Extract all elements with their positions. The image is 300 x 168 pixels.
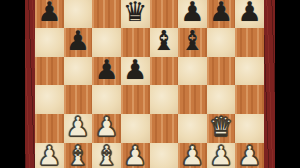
chess-board: ♟♛♟♟♟♟♝♝♟♟♟♟♛♟♝♝♟♟♟♟ xyxy=(35,0,264,168)
black-pawn[interactable]: ♟ xyxy=(66,27,90,56)
square-e3[interactable] xyxy=(150,114,179,143)
square-d5[interactable]: ♟ xyxy=(121,57,150,86)
white-pawn[interactable]: ♟ xyxy=(123,142,147,168)
square-b3[interactable]: ♟ xyxy=(64,114,93,143)
square-a7[interactable]: ♟ xyxy=(35,0,64,28)
square-g6[interactable] xyxy=(207,28,236,57)
square-h3[interactable] xyxy=(235,114,264,143)
square-f7[interactable]: ♟ xyxy=(178,0,207,28)
black-pawn[interactable]: ♟ xyxy=(238,0,262,27)
square-g7[interactable]: ♟ xyxy=(207,0,236,28)
square-h6[interactable] xyxy=(235,28,264,57)
white-pawn[interactable]: ♟ xyxy=(180,142,204,168)
square-b4[interactable] xyxy=(64,85,93,114)
square-f6[interactable]: ♝ xyxy=(178,28,207,57)
black-pawn[interactable]: ♟ xyxy=(209,0,233,27)
square-a4[interactable] xyxy=(35,85,64,114)
square-c2[interactable]: ♝ xyxy=(92,143,121,168)
square-b6[interactable]: ♟ xyxy=(64,28,93,57)
square-d6[interactable] xyxy=(121,28,150,57)
square-d7[interactable]: ♛ xyxy=(121,0,150,28)
square-g3[interactable]: ♛ xyxy=(207,114,236,143)
black-bishop[interactable]: ♝ xyxy=(180,27,204,56)
board-frame: ♟♛♟♟♟♟♝♝♟♟♟♟♛♟♝♝♟♟♟♟ xyxy=(25,0,275,168)
black-bishop[interactable]: ♝ xyxy=(152,27,176,56)
white-pawn[interactable]: ♟ xyxy=(66,113,90,142)
white-pawn[interactable]: ♟ xyxy=(37,142,61,168)
square-b5[interactable] xyxy=(64,57,93,86)
square-h4[interactable] xyxy=(235,85,264,114)
white-pawn[interactable]: ♟ xyxy=(94,113,118,142)
square-f3[interactable] xyxy=(178,114,207,143)
square-f2[interactable]: ♟ xyxy=(178,143,207,168)
black-pawn[interactable]: ♟ xyxy=(123,56,147,85)
square-b7[interactable] xyxy=(64,0,93,28)
square-d4[interactable] xyxy=(121,85,150,114)
white-bishop[interactable]: ♝ xyxy=(94,142,118,168)
square-c3[interactable]: ♟ xyxy=(92,114,121,143)
square-d3[interactable] xyxy=(121,114,150,143)
square-g5[interactable] xyxy=(207,57,236,86)
square-g2[interactable]: ♟ xyxy=(207,143,236,168)
square-c7[interactable] xyxy=(92,0,121,28)
square-a2[interactable]: ♟ xyxy=(35,143,64,168)
white-bishop[interactable]: ♝ xyxy=(66,142,90,168)
square-h7[interactable]: ♟ xyxy=(235,0,264,28)
square-b2[interactable]: ♝ xyxy=(64,143,93,168)
square-e7[interactable] xyxy=(150,0,179,28)
square-e2[interactable] xyxy=(150,143,179,168)
square-g4[interactable] xyxy=(207,85,236,114)
square-a3[interactable] xyxy=(35,114,64,143)
square-a5[interactable] xyxy=(35,57,64,86)
square-e5[interactable] xyxy=(150,57,179,86)
black-pawn[interactable]: ♟ xyxy=(37,0,61,27)
square-h2[interactable]: ♟ xyxy=(235,143,264,168)
square-e4[interactable] xyxy=(150,85,179,114)
square-h5[interactable] xyxy=(235,57,264,86)
square-f4[interactable] xyxy=(178,85,207,114)
square-e6[interactable]: ♝ xyxy=(150,28,179,57)
black-pawn[interactable]: ♟ xyxy=(180,0,204,27)
black-queen[interactable]: ♛ xyxy=(123,0,147,27)
square-c5[interactable]: ♟ xyxy=(92,57,121,86)
black-pawn[interactable]: ♟ xyxy=(94,56,118,85)
white-pawn[interactable]: ♟ xyxy=(209,142,233,168)
square-a6[interactable] xyxy=(35,28,64,57)
square-c4[interactable] xyxy=(92,85,121,114)
square-d2[interactable]: ♟ xyxy=(121,143,150,168)
app-background: ♟♛♟♟♟♟♝♝♟♟♟♟♛♟♝♝♟♟♟♟ xyxy=(0,0,300,168)
white-queen[interactable]: ♛ xyxy=(209,113,233,142)
square-c6[interactable] xyxy=(92,28,121,57)
white-pawn[interactable]: ♟ xyxy=(238,142,262,168)
square-f5[interactable] xyxy=(178,57,207,86)
